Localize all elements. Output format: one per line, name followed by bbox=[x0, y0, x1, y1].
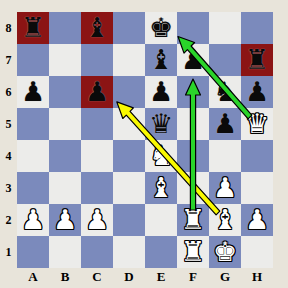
rank-label-3: 3 bbox=[0, 172, 17, 204]
file-label-f: F bbox=[177, 268, 209, 288]
file-labels: ABCDEFGH bbox=[17, 268, 273, 288]
square-b1[interactable] bbox=[49, 236, 81, 268]
square-d5[interactable] bbox=[113, 108, 145, 140]
square-e7[interactable]: ♝ bbox=[145, 44, 177, 76]
square-c2[interactable]: ♟ bbox=[81, 204, 113, 236]
square-c4[interactable] bbox=[81, 140, 113, 172]
square-d1[interactable] bbox=[113, 236, 145, 268]
square-b7[interactable] bbox=[49, 44, 81, 76]
file-label-c: C bbox=[81, 268, 113, 288]
square-a8[interactable]: ♜ bbox=[17, 12, 49, 44]
square-g4[interactable] bbox=[209, 140, 241, 172]
square-g1[interactable]: ♚ bbox=[209, 236, 241, 268]
square-g2[interactable]: ♝ bbox=[209, 204, 241, 236]
file-label-b: B bbox=[49, 268, 81, 288]
square-a5[interactable] bbox=[17, 108, 49, 140]
square-a3[interactable] bbox=[17, 172, 49, 204]
black-rook-a8: ♜ bbox=[17, 12, 49, 44]
square-g5[interactable]: ♟ bbox=[209, 108, 241, 140]
square-h3[interactable] bbox=[241, 172, 273, 204]
square-c7[interactable] bbox=[81, 44, 113, 76]
square-b6[interactable] bbox=[49, 76, 81, 108]
square-b8[interactable] bbox=[49, 12, 81, 44]
black-rook-h7: ♜ bbox=[241, 44, 273, 76]
rank-label-1: 1 bbox=[0, 236, 17, 268]
rank-label-6: 6 bbox=[0, 76, 17, 108]
square-b5[interactable] bbox=[49, 108, 81, 140]
rank-label-5: 5 bbox=[0, 108, 17, 140]
black-knight-g6: ♞ bbox=[209, 76, 241, 108]
black-bishop-e7: ♝ bbox=[145, 44, 177, 76]
square-f6[interactable] bbox=[177, 76, 209, 108]
file-label-h: H bbox=[241, 268, 273, 288]
black-pawn-e6: ♟ bbox=[145, 76, 177, 108]
square-a7[interactable] bbox=[17, 44, 49, 76]
white-rook-f2: ♜ bbox=[177, 204, 209, 236]
square-d3[interactable] bbox=[113, 172, 145, 204]
white-knight-e4: ♞ bbox=[145, 140, 177, 172]
white-pawn-g3: ♟ bbox=[209, 172, 241, 204]
square-a4[interactable] bbox=[17, 140, 49, 172]
square-f5[interactable] bbox=[177, 108, 209, 140]
rank-label-7: 7 bbox=[0, 44, 17, 76]
white-rook-f1: ♜ bbox=[177, 236, 209, 268]
square-f8[interactable] bbox=[177, 12, 209, 44]
file-label-e: E bbox=[145, 268, 177, 288]
square-c8[interactable]: ♝ bbox=[81, 12, 113, 44]
rank-labels: 87654321 bbox=[0, 12, 17, 268]
square-g8[interactable] bbox=[209, 12, 241, 44]
black-pawn-h6: ♟ bbox=[241, 76, 273, 108]
rank-label-2: 2 bbox=[0, 204, 17, 236]
white-pawn-b2: ♟ bbox=[49, 204, 81, 236]
black-pawn-c6: ♟ bbox=[81, 76, 113, 108]
square-d8[interactable] bbox=[113, 12, 145, 44]
square-d4[interactable] bbox=[113, 140, 145, 172]
square-a6[interactable]: ♟ bbox=[17, 76, 49, 108]
square-e1[interactable] bbox=[145, 236, 177, 268]
square-g3[interactable]: ♟ bbox=[209, 172, 241, 204]
square-b4[interactable] bbox=[49, 140, 81, 172]
white-queen-h5: ♛ bbox=[241, 108, 273, 140]
square-c5[interactable] bbox=[81, 108, 113, 140]
square-e2[interactable] bbox=[145, 204, 177, 236]
white-bishop-g2: ♝ bbox=[209, 204, 241, 236]
square-c3[interactable] bbox=[81, 172, 113, 204]
square-c1[interactable] bbox=[81, 236, 113, 268]
square-b3[interactable] bbox=[49, 172, 81, 204]
square-g6[interactable]: ♞ bbox=[209, 76, 241, 108]
black-bishop-c8: ♝ bbox=[81, 12, 113, 44]
square-d7[interactable] bbox=[113, 44, 145, 76]
square-h1[interactable] bbox=[241, 236, 273, 268]
square-f7[interactable]: ♟ bbox=[177, 44, 209, 76]
square-c6[interactable]: ♟ bbox=[81, 76, 113, 108]
rank-label-8: 8 bbox=[0, 12, 17, 44]
white-pawn-c2: ♟ bbox=[81, 204, 113, 236]
square-a2[interactable]: ♟ bbox=[17, 204, 49, 236]
square-a1[interactable] bbox=[17, 236, 49, 268]
file-label-d: D bbox=[113, 268, 145, 288]
square-h8[interactable] bbox=[241, 12, 273, 44]
square-d6[interactable] bbox=[113, 76, 145, 108]
square-e3[interactable]: ♝ bbox=[145, 172, 177, 204]
black-pawn-g5: ♟ bbox=[209, 108, 241, 140]
square-f4[interactable] bbox=[177, 140, 209, 172]
square-e4[interactable]: ♞ bbox=[145, 140, 177, 172]
white-pawn-a2: ♟ bbox=[17, 204, 49, 236]
square-h7[interactable]: ♜ bbox=[241, 44, 273, 76]
chess-board[interactable]: ♜♝♚♝♟♜♟♟♟♞♟♛♟♛♞♝♟♟♟♟♜♝♟♜♚ bbox=[17, 12, 273, 268]
square-h2[interactable]: ♟ bbox=[241, 204, 273, 236]
black-king-e8: ♚ bbox=[145, 12, 177, 44]
square-h4[interactable] bbox=[241, 140, 273, 172]
square-e8[interactable]: ♚ bbox=[145, 12, 177, 44]
file-label-a: A bbox=[17, 268, 49, 288]
black-pawn-a6: ♟ bbox=[17, 76, 49, 108]
square-f1[interactable]: ♜ bbox=[177, 236, 209, 268]
rank-label-4: 4 bbox=[0, 140, 17, 172]
square-e5[interactable]: ♛ bbox=[145, 108, 177, 140]
square-h5[interactable]: ♛ bbox=[241, 108, 273, 140]
chess-diagram: 87654321 ♜♝♚♝♟♜♟♟♟♞♟♛♟♛♞♝♟♟♟♟♜♝♟♜♚ ABCDE… bbox=[0, 0, 288, 288]
white-king-g1: ♚ bbox=[209, 236, 241, 268]
white-bishop-e3: ♝ bbox=[145, 172, 177, 204]
black-pawn-f7: ♟ bbox=[177, 44, 209, 76]
square-g7[interactable] bbox=[209, 44, 241, 76]
square-e6[interactable]: ♟ bbox=[145, 76, 177, 108]
black-queen-e5: ♛ bbox=[145, 108, 177, 140]
square-f3[interactable] bbox=[177, 172, 209, 204]
square-b2[interactable]: ♟ bbox=[49, 204, 81, 236]
file-label-g: G bbox=[209, 268, 241, 288]
square-d2[interactable] bbox=[113, 204, 145, 236]
square-h6[interactable]: ♟ bbox=[241, 76, 273, 108]
white-pawn-h2: ♟ bbox=[241, 204, 273, 236]
square-f2[interactable]: ♜ bbox=[177, 204, 209, 236]
